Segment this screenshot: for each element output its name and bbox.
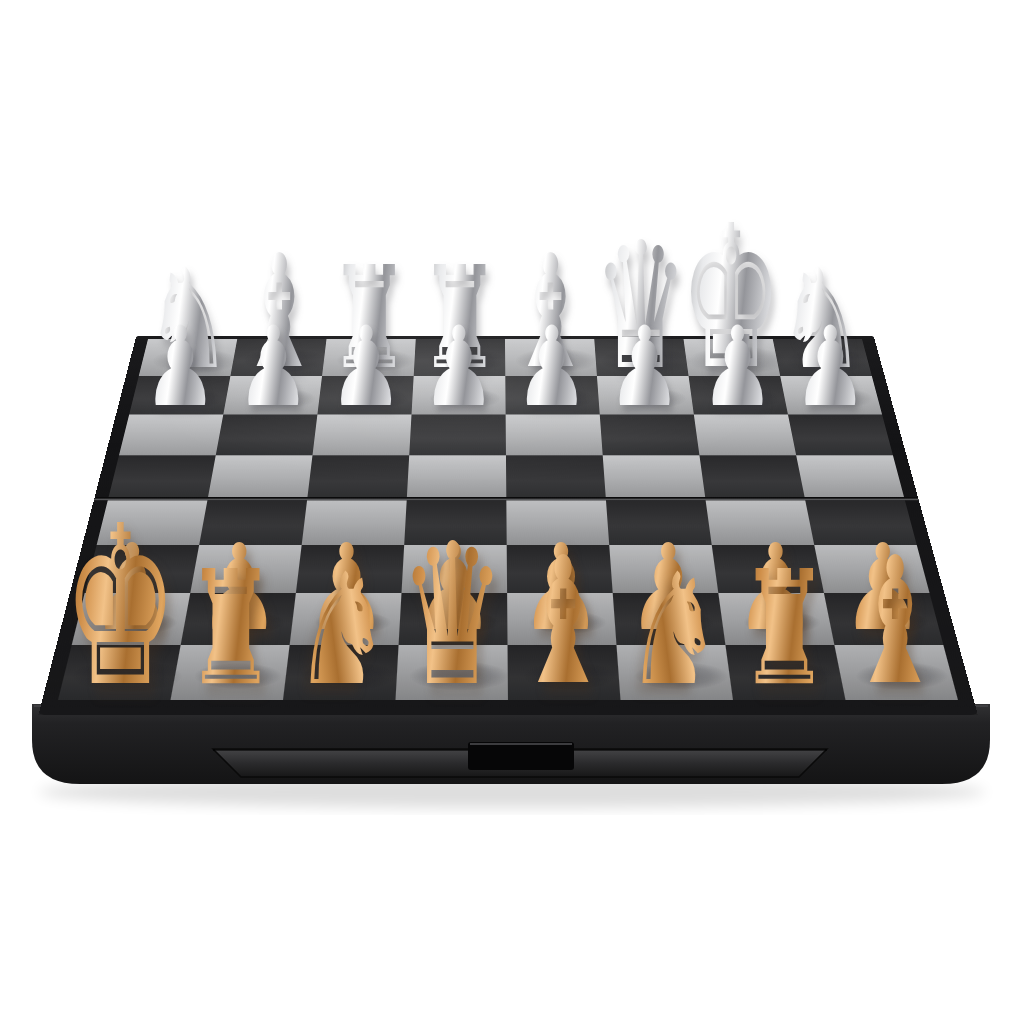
- square-g5[interactable]: [699, 455, 804, 498]
- board-fold-seam: [94, 497, 919, 501]
- square-d5[interactable]: [407, 455, 507, 498]
- square-h5[interactable]: [796, 455, 904, 498]
- chess-piece-glyph[interactable]: ♝: [515, 535, 612, 710]
- chess-piece-glyph[interactable]: ♟: [793, 312, 868, 422]
- chess-piece-glyph[interactable]: ♛: [400, 517, 506, 713]
- clasp-latch[interactable]: [468, 742, 574, 770]
- square-b5[interactable]: [208, 455, 313, 498]
- chess-piece-glyph[interactable]: ♟: [236, 312, 311, 422]
- chess-piece-glyph[interactable]: ♚: [63, 497, 178, 717]
- scene-product-photo: ♞♝♜♜♝♛♚♞♟♟♟♟♟♟♟♟♟♟♟♟♟♟♟♟♚♜♞♛♝♞♜♝: [0, 0, 1024, 1024]
- chess-piece-glyph[interactable]: ♟: [143, 312, 218, 422]
- chess-piece-glyph[interactable]: ♝: [847, 535, 944, 710]
- chess-piece-glyph[interactable]: ♟: [422, 312, 497, 422]
- square-f5[interactable]: [603, 455, 706, 498]
- chess-piece-glyph[interactable]: ♜: [185, 550, 276, 708]
- chess-piece-glyph[interactable]: ♟: [514, 312, 589, 422]
- chess-piece-glyph[interactable]: ♞: [292, 553, 391, 707]
- square-c5[interactable]: [307, 455, 409, 498]
- square-e5[interactable]: [506, 455, 606, 498]
- chess-piece-glyph[interactable]: ♟: [329, 312, 404, 422]
- chess-piece-glyph[interactable]: ♟: [607, 312, 682, 422]
- chess-piece-glyph[interactable]: ♟: [700, 312, 775, 422]
- chess-piece-glyph[interactable]: ♞: [624, 553, 723, 707]
- chess-piece-glyph[interactable]: ♜: [739, 550, 830, 708]
